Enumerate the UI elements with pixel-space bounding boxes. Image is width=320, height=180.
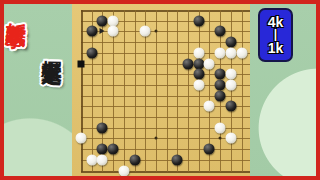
white-stone [108,26,119,37]
grid-line-vertical [81,10,83,172]
white-stone [204,58,215,69]
grid-line-vertical [177,10,178,172]
black-stone [193,69,204,80]
white-stone [215,122,226,133]
white-stone [225,69,236,80]
black-stone [204,144,215,155]
white-stone [76,133,87,144]
white-stone [225,79,236,90]
grid-line-horizontal [81,10,250,12]
white-stone [215,47,226,58]
black-stone [97,144,108,155]
white-stone [236,47,247,58]
white-stone [118,165,129,176]
black-stone [86,47,97,58]
grid-line-vertical [124,10,125,172]
black-stone [193,58,204,69]
white-stone [140,26,151,37]
white-stone [225,47,236,58]
white-stone [193,47,204,58]
white-stone [97,154,108,165]
black-stone [225,37,236,48]
grid-line-vertical [135,10,136,172]
banner-subtitle: 探索棋之正道 [42,44,62,50]
grid-line-horizontal [81,64,250,65]
rank-separator: | [274,30,277,40]
triangle-marker [100,28,105,34]
white-stone [225,133,236,144]
dot-marker [219,137,222,140]
black-stone [215,69,226,80]
grid-line-horizontal [81,117,250,118]
grid-line-horizontal [81,171,250,173]
rank-range-badge: 4k | 1k [258,8,293,62]
black-stone [225,101,236,112]
black-stone [97,122,108,133]
grid-line-vertical [242,10,243,172]
black-stone [97,15,108,26]
grid-line-vertical [188,10,189,172]
black-stone [193,15,204,26]
dot-marker [154,137,157,140]
black-stone [215,26,226,37]
grid-line-vertical [199,10,200,172]
black-stone [215,79,226,90]
white-stone [193,79,204,90]
black-stone [129,154,140,165]
grid-line-vertical [156,10,157,172]
black-stone [108,144,119,155]
grid-line-vertical [167,10,168,172]
dot-marker [154,30,157,33]
square-marker [78,60,85,67]
grid-line-vertical [231,10,232,172]
white-stone [86,154,97,165]
rank-bottom-label: 1k [268,41,284,55]
black-stone [86,26,97,37]
black-stone [172,154,183,165]
white-stone [204,101,215,112]
black-stone [183,58,194,69]
black-stone [215,90,226,101]
go-board[interactable] [72,4,250,176]
white-stone [108,15,119,26]
